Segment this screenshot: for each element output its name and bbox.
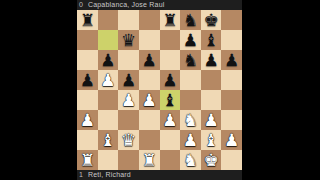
- square-f2[interactable]: ♟: [180, 130, 201, 150]
- square-c5[interactable]: ♟: [118, 70, 139, 90]
- square-c8[interactable]: [118, 10, 139, 30]
- square-a5[interactable]: ♟: [77, 70, 98, 90]
- square-e3[interactable]: ♟: [160, 110, 181, 130]
- square-d4[interactable]: ♟: [139, 90, 160, 110]
- square-c3[interactable]: [118, 110, 139, 130]
- square-g3[interactable]: ♟: [201, 110, 222, 130]
- square-e5[interactable]: ♟: [160, 70, 181, 90]
- black-pawn: ♟: [224, 51, 239, 68]
- black-rook: ♜: [162, 11, 177, 28]
- white-pawn: ♟: [162, 111, 177, 128]
- chess-app-stage: 0 Capablanca, Jose Raul ♜♜♞♚♛♟♝♟♟♞♟♟♟♟♟♟…: [77, 0, 242, 180]
- white-pawn: ♟: [121, 91, 136, 108]
- square-b2[interactable]: ♝: [98, 130, 119, 150]
- square-a3[interactable]: ♟: [77, 110, 98, 130]
- square-f4[interactable]: [180, 90, 201, 110]
- black-rook: ♜: [80, 11, 95, 28]
- white-bishop: ♝: [100, 131, 115, 148]
- square-f1[interactable]: ♞: [180, 150, 201, 170]
- black-bishop: ♝: [162, 91, 177, 108]
- square-h1[interactable]: [221, 150, 242, 170]
- black-bishop: ♝: [203, 31, 218, 48]
- square-d5[interactable]: [139, 70, 160, 90]
- square-e6[interactable]: [160, 50, 181, 70]
- white-bishop: ♝: [203, 131, 218, 148]
- square-a6[interactable]: [77, 50, 98, 70]
- square-h2[interactable]: ♟: [221, 130, 242, 150]
- square-e2[interactable]: [160, 130, 181, 150]
- white-pawn: ♟: [203, 111, 218, 128]
- square-h3[interactable]: [221, 110, 242, 130]
- square-g7[interactable]: ♝: [201, 30, 222, 50]
- square-g8[interactable]: ♚: [201, 10, 222, 30]
- square-a8[interactable]: ♜: [77, 10, 98, 30]
- black-queen: ♛: [121, 31, 136, 48]
- square-h6[interactable]: ♟: [221, 50, 242, 70]
- white-pawn: ♟: [142, 91, 157, 108]
- chess-board[interactable]: ♜♜♞♚♛♟♝♟♟♞♟♟♟♟♟♟♟♟♝♟♟♞♟♝♛♟♝♟♜♜♞♚: [77, 10, 242, 170]
- square-e8[interactable]: ♜: [160, 10, 181, 30]
- square-c4[interactable]: ♟: [118, 90, 139, 110]
- black-knight: ♞: [183, 51, 198, 68]
- square-h4[interactable]: [221, 90, 242, 110]
- square-b6[interactable]: ♟: [98, 50, 119, 70]
- square-h5[interactable]: [221, 70, 242, 90]
- square-e4[interactable]: ♝: [160, 90, 181, 110]
- square-e7[interactable]: [160, 30, 181, 50]
- white-pawn: ♟: [80, 111, 95, 128]
- bottom-player-score: 1: [79, 170, 83, 180]
- square-b8[interactable]: [98, 10, 119, 30]
- white-knight: ♞: [183, 151, 198, 168]
- square-g1[interactable]: ♚: [201, 150, 222, 170]
- square-f6[interactable]: ♞: [180, 50, 201, 70]
- square-d6[interactable]: ♟: [139, 50, 160, 70]
- square-d7[interactable]: [139, 30, 160, 50]
- black-king: ♚: [203, 11, 218, 28]
- square-d8[interactable]: [139, 10, 160, 30]
- square-b3[interactable]: [98, 110, 119, 130]
- black-pawn: ♟: [203, 51, 218, 68]
- square-g5[interactable]: [201, 70, 222, 90]
- square-c2[interactable]: ♛: [118, 130, 139, 150]
- square-b7[interactable]: [98, 30, 119, 50]
- square-f5[interactable]: [180, 70, 201, 90]
- top-player-name: Capablanca, Jose Raul: [88, 0, 165, 10]
- square-c6[interactable]: [118, 50, 139, 70]
- square-b1[interactable]: [98, 150, 119, 170]
- black-pawn: ♟: [142, 51, 157, 68]
- white-rook: ♜: [80, 151, 95, 168]
- square-h7[interactable]: [221, 30, 242, 50]
- square-c1[interactable]: [118, 150, 139, 170]
- square-a4[interactable]: [77, 90, 98, 110]
- black-pawn: ♟: [183, 31, 198, 48]
- black-pawn: ♟: [162, 71, 177, 88]
- black-pawn: ♟: [121, 71, 136, 88]
- square-f8[interactable]: ♞: [180, 10, 201, 30]
- bottom-player-name: Reti, Richard: [88, 170, 131, 180]
- white-knight: ♞: [183, 111, 198, 128]
- white-pawn: ♟: [224, 131, 239, 148]
- square-b5[interactable]: ♟: [98, 70, 119, 90]
- black-pawn: ♟: [80, 71, 95, 88]
- white-rook: ♜: [142, 151, 157, 168]
- bottom-player-bar: 1 Reti, Richard: [77, 170, 242, 180]
- square-d1[interactable]: ♜: [139, 150, 160, 170]
- square-b4[interactable]: [98, 90, 119, 110]
- square-h8[interactable]: [221, 10, 242, 30]
- white-pawn: ♟: [100, 71, 115, 88]
- square-d3[interactable]: [139, 110, 160, 130]
- white-king: ♚: [203, 151, 218, 168]
- square-g6[interactable]: ♟: [201, 50, 222, 70]
- square-c7[interactable]: ♛: [118, 30, 139, 50]
- square-f7[interactable]: ♟: [180, 30, 201, 50]
- square-d2[interactable]: [139, 130, 160, 150]
- black-pawn: ♟: [100, 51, 115, 68]
- square-f3[interactable]: ♞: [180, 110, 201, 130]
- square-a7[interactable]: [77, 30, 98, 50]
- square-a1[interactable]: ♜: [77, 150, 98, 170]
- white-pawn: ♟: [183, 131, 198, 148]
- black-knight: ♞: [183, 11, 198, 28]
- square-e1[interactable]: [160, 150, 181, 170]
- square-g4[interactable]: [201, 90, 222, 110]
- white-queen: ♛: [121, 131, 136, 148]
- square-a2[interactable]: [77, 130, 98, 150]
- square-g2[interactable]: ♝: [201, 130, 222, 150]
